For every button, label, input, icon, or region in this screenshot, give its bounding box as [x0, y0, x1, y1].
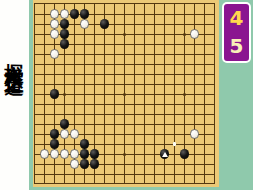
black-stone[interactable] — [50, 129, 60, 139]
white-stone[interactable] — [70, 149, 80, 159]
grid-line — [204, 4, 205, 184]
banner-strip: 探索棋之正道 — [0, 0, 29, 190]
grid-line — [35, 104, 215, 105]
grid-line — [154, 4, 155, 184]
black-stone[interactable] — [80, 139, 90, 149]
grid-line — [35, 164, 215, 165]
black-stone[interactable] — [80, 149, 90, 159]
white-stone[interactable] — [50, 149, 60, 159]
star-point — [183, 93, 186, 96]
white-stone[interactable] — [50, 19, 60, 29]
grid-line — [35, 174, 215, 175]
black-stone[interactable] — [100, 19, 110, 29]
grid-line — [174, 4, 175, 184]
black-stone[interactable] — [60, 19, 70, 29]
score-panel: 4 5 — [222, 2, 251, 63]
star-point — [183, 33, 186, 36]
black-stone[interactable] — [50, 89, 60, 99]
white-stone[interactable] — [70, 129, 80, 139]
white-stone[interactable] — [40, 149, 50, 159]
white-stone[interactable] — [190, 129, 200, 139]
score-top: 4 — [230, 5, 244, 32]
white-stone[interactable] — [70, 159, 80, 169]
star-point — [123, 33, 126, 36]
white-stone[interactable] — [60, 149, 70, 159]
black-stone[interactable] — [90, 149, 100, 159]
black-stone[interactable] — [90, 159, 100, 169]
screenshot-root: { "game": "go", "board_size": 19, "posit… — [0, 0, 253, 190]
black-stone[interactable] — [80, 9, 90, 19]
grid-line — [144, 4, 145, 184]
black-stone[interactable] — [50, 139, 60, 149]
banner-text: 探索棋之正道 — [0, 48, 29, 190]
black-stone[interactable] — [180, 149, 190, 159]
black-stone[interactable] — [70, 9, 80, 19]
white-stone[interactable] — [190, 29, 200, 39]
white-stone[interactable] — [50, 29, 60, 39]
grid-line — [35, 114, 215, 115]
star-point — [63, 93, 66, 96]
white-stone[interactable] — [60, 9, 70, 19]
star-point — [123, 93, 126, 96]
white-stone[interactable] — [80, 19, 90, 29]
black-stone[interactable] — [60, 39, 70, 49]
white-stone[interactable] — [60, 129, 70, 139]
last-move-triangle-marker — [162, 152, 168, 157]
go-board[interactable] — [33, 0, 219, 187]
black-stone[interactable] — [60, 29, 70, 39]
grid-line — [35, 144, 215, 145]
score-bottom: 5 — [230, 33, 244, 60]
black-stone[interactable] — [60, 119, 70, 129]
star-point — [123, 153, 126, 156]
white-stone[interactable] — [50, 9, 60, 19]
small-dot-marker — [173, 142, 177, 146]
grid-line — [134, 4, 135, 184]
black-stone[interactable] — [80, 159, 90, 169]
white-stone[interactable] — [50, 49, 60, 59]
